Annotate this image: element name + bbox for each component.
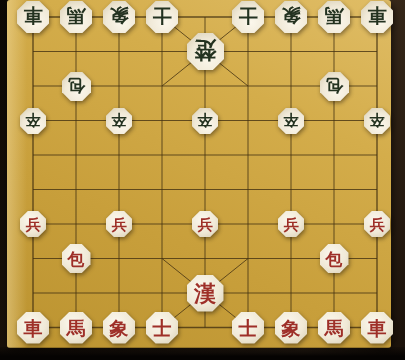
piece-cho-elephant[interactable]: 象 (103, 1, 135, 33)
piece-han-cannon[interactable]: 包 (62, 244, 91, 273)
photo-background: 車馬象士士象馬車楚包包卒卒卒卒卒兵兵兵兵兵包包漢車馬象士士象馬車 (0, 0, 405, 360)
piece-glyph: 象 (282, 7, 301, 26)
piece-glyph: 馬 (325, 7, 344, 26)
piece-glyph: 包 (68, 77, 85, 94)
piece-glyph: 卒 (112, 112, 127, 127)
piece-glyph: 兵 (198, 218, 213, 233)
piece-glyph: 車 (24, 7, 43, 26)
piece-glyph: 車 (24, 319, 43, 338)
piece-glyph: 士 (153, 7, 172, 26)
piece-glyph: 馬 (325, 319, 344, 338)
piece-glyph: 車 (368, 319, 387, 338)
piece-glyph: 楚 (194, 40, 216, 62)
piece-glyph: 兵 (370, 218, 385, 233)
piece-han-cannon[interactable]: 包 (320, 244, 349, 273)
piece-cho-advisor[interactable]: 士 (146, 1, 178, 33)
piece-glyph: 卒 (370, 112, 385, 127)
piece-glyph: 象 (110, 7, 129, 26)
piece-glyph: 兵 (26, 218, 41, 233)
piece-glyph: 包 (68, 251, 85, 268)
piece-glyph: 士 (153, 319, 172, 338)
piece-glyph: 包 (326, 77, 343, 94)
piece-glyph: 象 (110, 319, 129, 338)
piece-glyph: 漢 (194, 283, 216, 305)
janggi-board[interactable]: 車馬象士士象馬車楚包包卒卒卒卒卒兵兵兵兵兵包包漢車馬象士士象馬車 (7, 0, 391, 348)
piece-glyph: 車 (368, 7, 387, 26)
piece-glyph: 包 (326, 251, 343, 268)
piece-glyph: 馬 (67, 7, 86, 26)
piece-cho-horse[interactable]: 馬 (60, 1, 92, 33)
piece-glyph: 卒 (284, 112, 299, 127)
piece-glyph: 兵 (284, 218, 299, 233)
piece-glyph: 士 (239, 7, 258, 26)
piece-glyph: 馬 (67, 319, 86, 338)
piece-glyph: 象 (282, 319, 301, 338)
piece-glyph: 卒 (198, 112, 213, 127)
piece-glyph: 卒 (26, 112, 41, 127)
piece-glyph: 兵 (112, 218, 127, 233)
piece-glyph: 士 (239, 319, 258, 338)
